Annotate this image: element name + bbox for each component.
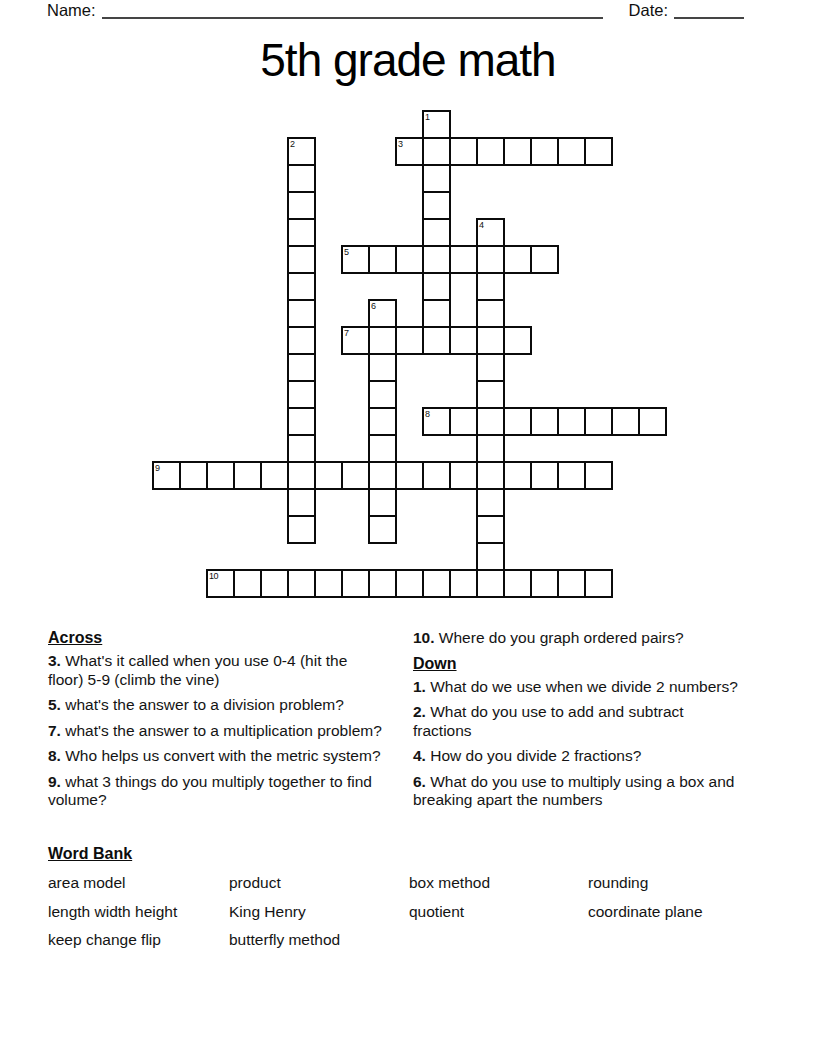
clue-number: 10. [413, 629, 435, 646]
grid-cell[interactable] [287, 488, 316, 517]
grid-cell[interactable] [179, 461, 208, 490]
grid-cell[interactable]: 3 [395, 137, 424, 166]
word-bank-item: rounding [588, 874, 768, 892]
grid-cell[interactable] [260, 569, 289, 598]
grid-cell[interactable] [449, 326, 478, 355]
grid-cell[interactable] [503, 245, 532, 274]
grid-cell[interactable] [557, 407, 586, 436]
grid-cell[interactable] [449, 245, 478, 274]
clue-number: 7. [48, 722, 61, 739]
grid-cell[interactable] [368, 326, 397, 355]
grid-cell[interactable] [476, 380, 505, 409]
grid-cell[interactable] [260, 461, 289, 490]
clue-number: 5. [48, 696, 61, 713]
grid-cell[interactable] [287, 245, 316, 274]
grid-cell[interactable] [233, 569, 262, 598]
grid-cell[interactable] [638, 407, 667, 436]
grid-cell[interactable] [557, 461, 586, 490]
grid-cell[interactable] [422, 164, 451, 193]
clue-text: what's the answer to a multiplication pr… [61, 722, 382, 739]
word-bank-item: area model [48, 874, 229, 892]
grid-cell[interactable] [530, 461, 559, 490]
cell-number: 3 [398, 139, 403, 149]
grid-cell[interactable] [476, 326, 505, 355]
clue-text: Who helps us convert with the metric sys… [61, 747, 381, 764]
grid-cell[interactable] [503, 461, 532, 490]
grid-cell[interactable] [476, 137, 505, 166]
clue-number: 4. [413, 747, 426, 764]
cell-number: 5 [344, 247, 349, 257]
page-title: 5th grade math [0, 34, 816, 86]
cell-number: 4 [479, 220, 484, 230]
grid-cell[interactable] [422, 245, 451, 274]
cell-number: 9 [155, 463, 160, 473]
grid-cell[interactable]: 7 [341, 326, 370, 355]
grid-cell[interactable] [422, 326, 451, 355]
grid-cell[interactable] [449, 461, 478, 490]
grid-cell[interactable]: 4 [476, 218, 505, 247]
grid-cell[interactable] [287, 353, 316, 382]
grid-cell[interactable] [476, 407, 505, 436]
grid-cell[interactable] [368, 488, 397, 517]
word-bank-item: length width height [48, 903, 229, 921]
grid-cell[interactable] [287, 164, 316, 193]
grid-cell[interactable] [395, 326, 424, 355]
clue-item: 7. what's the answer to a multiplication… [48, 722, 386, 741]
name-label: Name: [47, 1, 96, 19]
clue-item: 2. What do you use to add and subtract f… [413, 703, 743, 740]
clue-number: 6. [413, 773, 426, 790]
grid-cell[interactable] [368, 515, 397, 544]
grid-cell[interactable] [503, 326, 532, 355]
crossword-grid: 12345678910 [152, 110, 665, 596]
worksheet-page: Name: Date: 5th grade math 12345678910 A… [0, 0, 816, 1056]
clue-item: 8. Who helps us convert with the metric … [48, 747, 386, 766]
word-bank-item: quotient [409, 903, 588, 921]
grid-cell[interactable] [368, 407, 397, 436]
clue-text: What do we use when we divide 2 numbers? [426, 678, 738, 695]
grid-cell[interactable] [503, 137, 532, 166]
grid-cell[interactable]: 8 [422, 407, 451, 436]
clue-item: 9. what 3 things do you multiply togethe… [48, 773, 386, 810]
word-bank: Word Bank area modelproductbox methodrou… [48, 845, 768, 949]
grid-cell[interactable]: 6 [368, 299, 397, 328]
grid-cell[interactable] [395, 569, 424, 598]
clue-number: 3. [48, 652, 61, 669]
clue-text: How do you divide 2 fractions? [426, 747, 641, 764]
grid-cell[interactable] [449, 137, 478, 166]
grid-cell[interactable] [476, 488, 505, 517]
grid-cell[interactable] [422, 272, 451, 301]
clues-across-column: Across 3. What's it called when you use … [48, 629, 386, 817]
grid-cell[interactable] [233, 461, 262, 490]
grid-cell[interactable] [476, 515, 505, 544]
grid-cell[interactable] [368, 461, 397, 490]
grid-cell[interactable] [368, 353, 397, 382]
clue-item: 4. How do you divide 2 fractions? [413, 747, 743, 766]
grid-cell[interactable] [287, 434, 316, 463]
grid-cell[interactable] [287, 380, 316, 409]
grid-cell[interactable] [557, 569, 586, 598]
grid-cell[interactable] [611, 407, 640, 436]
word-bank-grid: area modelproductbox methodroundinglengt… [48, 874, 768, 949]
grid-cell[interactable] [287, 515, 316, 544]
clue-text: what 3 things do you multiply together t… [48, 773, 372, 809]
grid-cell[interactable] [368, 245, 397, 274]
grid-cell[interactable] [476, 299, 505, 328]
grid-cell[interactable]: 9 [152, 461, 181, 490]
grid-cell[interactable] [422, 299, 451, 328]
grid-cell[interactable] [422, 461, 451, 490]
grid-cell[interactable] [287, 461, 316, 490]
clue-text: Where do you graph ordered pairs? [435, 629, 684, 646]
grid-cell[interactable]: 1 [422, 110, 451, 139]
grid-cell[interactable] [287, 299, 316, 328]
word-bank-item: keep change flip [48, 931, 229, 949]
cell-number: 6 [371, 301, 376, 311]
grid-cell[interactable] [287, 326, 316, 355]
clue-text: What's it called when you use 0-4 (hit t… [48, 652, 347, 688]
clue-text: What do you use to add and subtract frac… [413, 703, 684, 739]
clue-number: 2. [413, 703, 426, 720]
grid-cell[interactable] [395, 245, 424, 274]
grid-cell[interactable] [395, 461, 424, 490]
grid-cell[interactable] [530, 569, 559, 598]
grid-cell[interactable] [584, 137, 613, 166]
grid-cell[interactable] [476, 434, 505, 463]
grid-cell[interactable] [287, 569, 316, 598]
grid-cell[interactable] [476, 569, 505, 598]
grid-cell[interactable] [476, 461, 505, 490]
grid-cell[interactable] [422, 218, 451, 247]
grid-cell[interactable] [503, 569, 532, 598]
clue-number: 8. [48, 747, 61, 764]
date-label: Date: [629, 1, 668, 19]
header-row: Name: Date: [47, 0, 744, 19]
clue-item: 10. Where do you graph ordered pairs? [413, 629, 743, 648]
grid-cell[interactable] [368, 569, 397, 598]
clue-number: 1. [413, 678, 426, 695]
clue-text: What do you use to multiply using a box … [413, 773, 734, 809]
grid-cell[interactable] [503, 407, 532, 436]
grid-cell[interactable] [557, 137, 586, 166]
word-bank-item: King Henry [229, 903, 409, 921]
clue-number: 9. [48, 773, 61, 790]
word-bank-heading: Word Bank [48, 845, 768, 863]
cell-number: 1 [425, 112, 430, 122]
clue-item: 6. What do you use to multiply using a b… [413, 773, 743, 810]
grid-cell[interactable] [584, 569, 613, 598]
grid-cell[interactable] [368, 434, 397, 463]
grid-cell[interactable] [422, 569, 451, 598]
across-continued-clue-list: 10. Where do you graph ordered pairs? [413, 629, 743, 648]
grid-cell[interactable] [476, 353, 505, 382]
clue-item: 5. what's the answer to a division probl… [48, 696, 386, 715]
grid-cell[interactable] [314, 569, 343, 598]
grid-cell[interactable] [422, 191, 451, 220]
grid-cell[interactable] [341, 461, 370, 490]
grid-cell[interactable] [287, 218, 316, 247]
cell-number: 8 [425, 409, 430, 419]
cell-number: 10 [209, 571, 218, 581]
grid-cell[interactable] [476, 542, 505, 571]
grid-cell[interactable] [584, 407, 613, 436]
across-clue-list: 3. What's it called when you use 0-4 (hi… [48, 652, 386, 810]
clue-item: 3. What's it called when you use 0-4 (hi… [48, 652, 386, 689]
grid-cell[interactable]: 10 [206, 569, 235, 598]
grid-cell[interactable]: 5 [341, 245, 370, 274]
grid-cell[interactable] [449, 569, 478, 598]
down-heading: Down [413, 655, 743, 673]
grid-cell[interactable] [530, 137, 559, 166]
grid-cell[interactable] [449, 407, 478, 436]
grid-cell[interactable] [368, 380, 397, 409]
grid-cell[interactable] [476, 272, 505, 301]
word-bank-item: butterfly method [229, 931, 409, 949]
grid-cell[interactable] [287, 407, 316, 436]
name-line[interactable] [102, 3, 603, 19]
grid-cell[interactable]: 2 [287, 137, 316, 166]
clue-item: 1. What do we use when we divide 2 numbe… [413, 678, 743, 697]
grid-cell[interactable] [206, 461, 235, 490]
grid-cell[interactable] [341, 569, 370, 598]
word-bank-item: product [229, 874, 409, 892]
grid-cell[interactable] [314, 461, 343, 490]
grid-cell[interactable] [287, 272, 316, 301]
date-line[interactable] [674, 3, 744, 19]
word-bank-item: box method [409, 874, 588, 892]
down-clue-list: 1. What do we use when we divide 2 numbe… [413, 678, 743, 810]
grid-cell[interactable] [476, 245, 505, 274]
grid-cell[interactable] [287, 191, 316, 220]
across-heading: Across [48, 629, 386, 647]
grid-cell[interactable] [422, 137, 451, 166]
grid-cell[interactable] [530, 407, 559, 436]
clue-text: what's the answer to a division problem? [61, 696, 344, 713]
grid-cell[interactable] [530, 245, 559, 274]
grid-cell[interactable] [584, 461, 613, 490]
cell-number: 7 [344, 328, 349, 338]
cell-number: 2 [290, 139, 295, 149]
word-bank-item: coordinate plane [588, 903, 768, 921]
clues-down-column: 10. Where do you graph ordered pairs? Do… [413, 629, 743, 817]
